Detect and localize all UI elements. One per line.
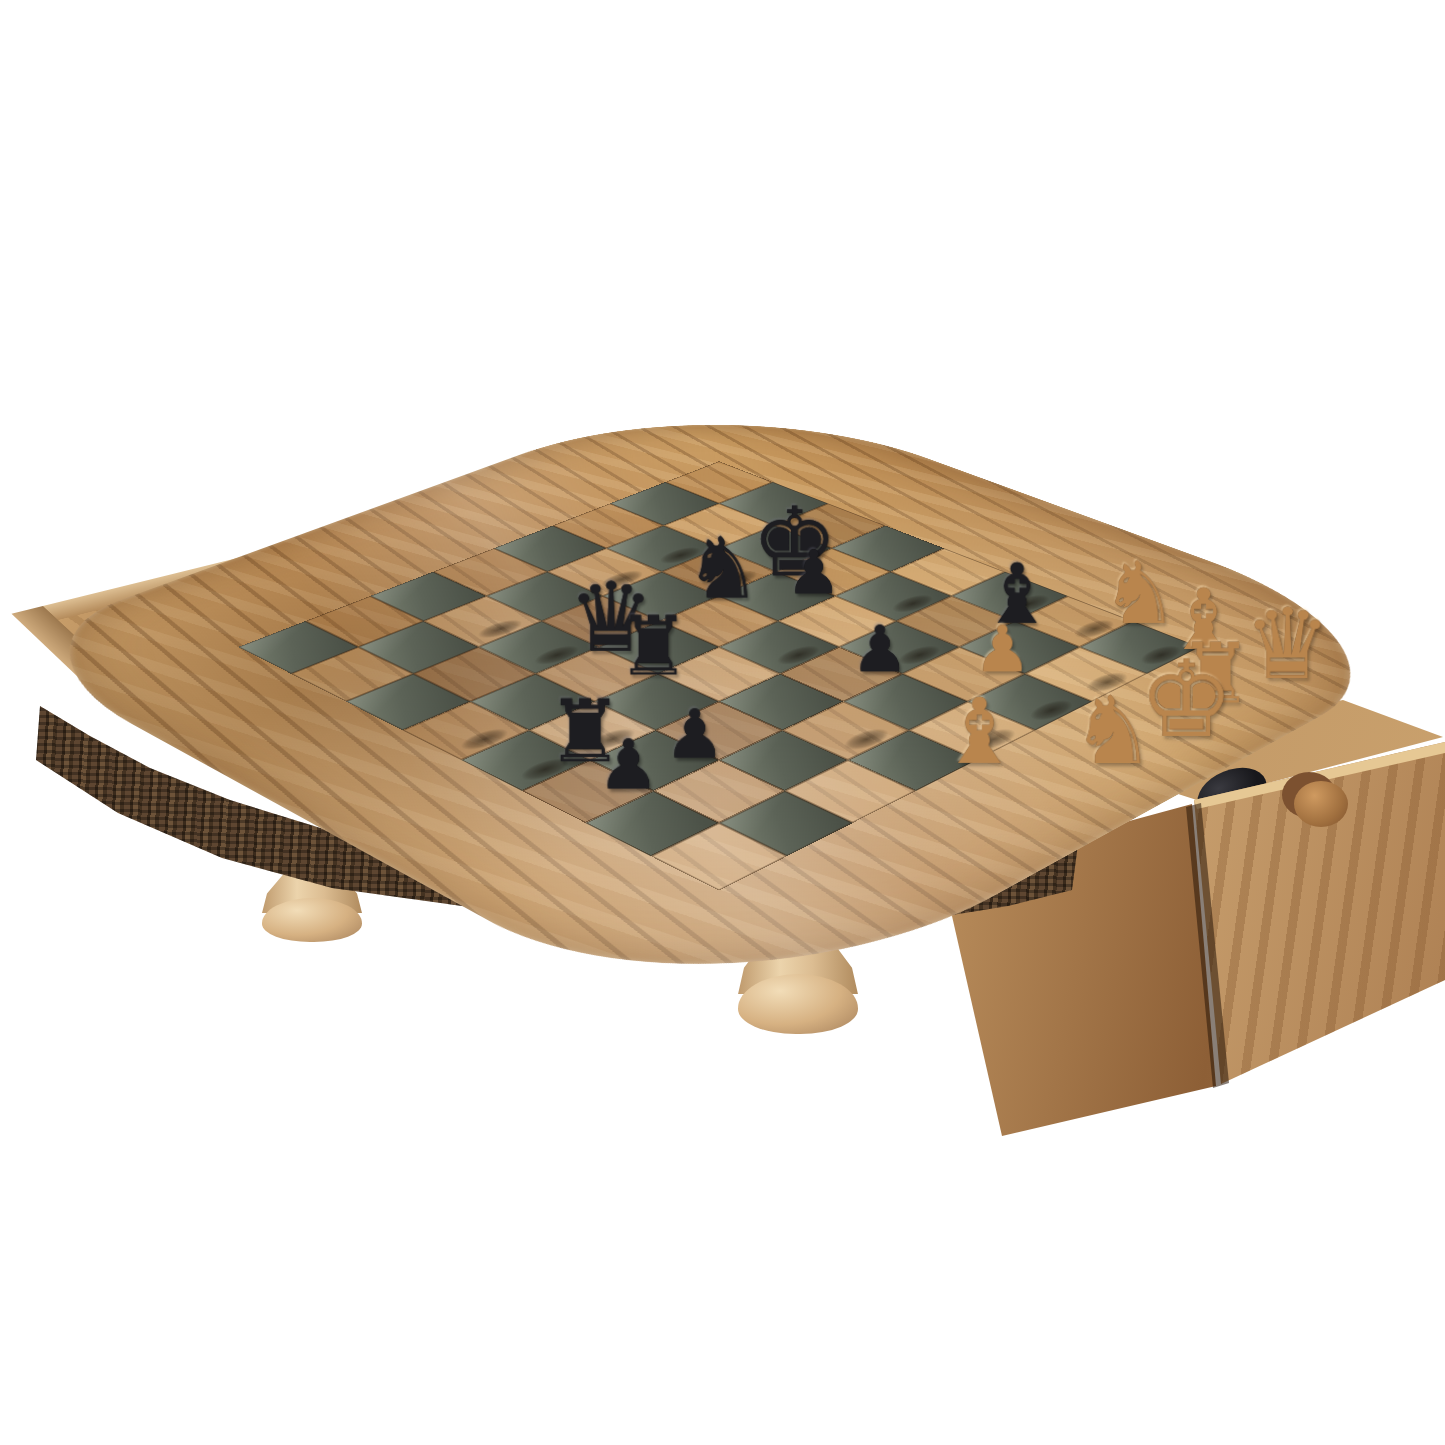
product-photo-scene: ♛♞♚♜♟♜♟♟♟♝♟♞♝♝♞♚♜♛: [0, 0, 1445, 1445]
foot-bulb: [262, 898, 362, 942]
drawer-knob[interactable]: [1294, 781, 1348, 827]
